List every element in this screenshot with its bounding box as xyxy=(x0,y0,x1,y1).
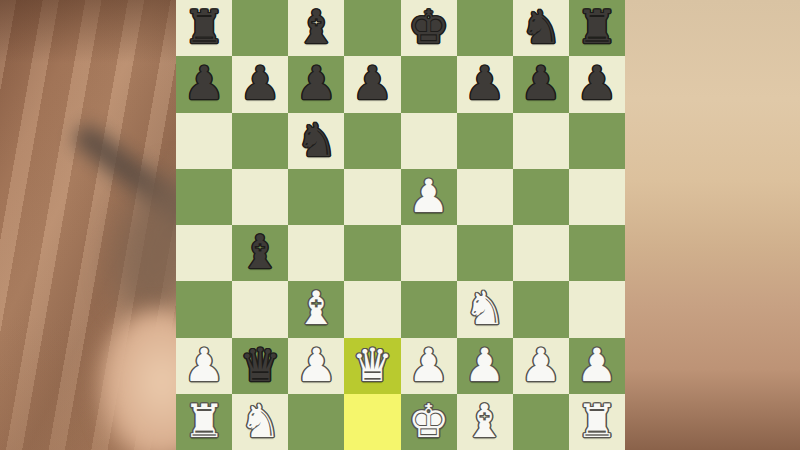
background-right-table xyxy=(600,0,800,450)
piece-black-knight[interactable]: ♞ xyxy=(520,4,561,50)
piece-white-pawn[interactable]: ♟ xyxy=(464,342,505,388)
square-d1[interactable] xyxy=(344,394,400,450)
square-b8[interactable] xyxy=(232,0,288,56)
square-a5[interactable] xyxy=(176,169,232,225)
square-g2[interactable]: ♟ xyxy=(513,338,569,394)
square-e6[interactable] xyxy=(401,113,457,169)
piece-white-pawn[interactable]: ♟ xyxy=(520,342,561,388)
square-b7[interactable]: ♟ xyxy=(232,56,288,112)
square-c8[interactable]: ♝ xyxy=(288,0,344,56)
square-e3[interactable] xyxy=(401,281,457,337)
square-f7[interactable]: ♟ xyxy=(457,56,513,112)
square-f5[interactable] xyxy=(457,169,513,225)
square-h2[interactable]: ♟ xyxy=(569,338,625,394)
piece-white-pawn[interactable]: ♟ xyxy=(576,342,617,388)
piece-white-pawn[interactable]: ♟ xyxy=(408,173,449,219)
piece-white-pawn[interactable]: ♟ xyxy=(296,342,337,388)
square-f3[interactable]: ♞ xyxy=(457,281,513,337)
square-f1[interactable]: ♝ xyxy=(457,394,513,450)
square-a8[interactable]: ♜ xyxy=(176,0,232,56)
square-g1[interactable] xyxy=(513,394,569,450)
square-f8[interactable] xyxy=(457,0,513,56)
square-h5[interactable] xyxy=(569,169,625,225)
square-h8[interactable]: ♜ xyxy=(569,0,625,56)
piece-black-knight[interactable]: ♞ xyxy=(296,117,337,163)
square-g5[interactable] xyxy=(513,169,569,225)
piece-black-queen[interactable]: ♛ xyxy=(240,342,281,388)
square-e8[interactable]: ♚ xyxy=(401,0,457,56)
square-c2[interactable]: ♟ xyxy=(288,338,344,394)
piece-white-rook[interactable]: ♜ xyxy=(576,398,617,444)
piece-black-pawn[interactable]: ♟ xyxy=(520,60,561,106)
square-f4[interactable] xyxy=(457,225,513,281)
square-c7[interactable]: ♟ xyxy=(288,56,344,112)
square-a3[interactable] xyxy=(176,281,232,337)
square-b2[interactable]: ♛ xyxy=(232,338,288,394)
square-e4[interactable] xyxy=(401,225,457,281)
piece-white-king[interactable]: ♚ xyxy=(408,398,449,444)
square-g3[interactable] xyxy=(513,281,569,337)
piece-black-pawn[interactable]: ♟ xyxy=(352,60,393,106)
piece-white-knight[interactable]: ♞ xyxy=(240,398,281,444)
square-f2[interactable]: ♟ xyxy=(457,338,513,394)
square-d2[interactable]: ♛ xyxy=(344,338,400,394)
square-b1[interactable]: ♞ xyxy=(232,394,288,450)
square-c6[interactable]: ♞ xyxy=(288,113,344,169)
piece-black-pawn[interactable]: ♟ xyxy=(183,60,224,106)
square-h7[interactable]: ♟ xyxy=(569,56,625,112)
piece-black-king[interactable]: ♚ xyxy=(408,4,449,50)
square-b4[interactable]: ♝ xyxy=(232,225,288,281)
square-e5[interactable]: ♟ xyxy=(401,169,457,225)
square-h6[interactable] xyxy=(569,113,625,169)
square-a6[interactable] xyxy=(176,113,232,169)
piece-black-pawn[interactable]: ♟ xyxy=(240,60,281,106)
square-c1[interactable] xyxy=(288,394,344,450)
piece-white-pawn[interactable]: ♟ xyxy=(408,342,449,388)
square-d8[interactable] xyxy=(344,0,400,56)
piece-white-rook[interactable]: ♜ xyxy=(183,398,224,444)
square-d4[interactable] xyxy=(344,225,400,281)
square-b3[interactable] xyxy=(232,281,288,337)
square-g6[interactable] xyxy=(513,113,569,169)
square-a2[interactable]: ♟ xyxy=(176,338,232,394)
square-d6[interactable] xyxy=(344,113,400,169)
square-d3[interactable] xyxy=(344,281,400,337)
piece-white-queen[interactable]: ♛ xyxy=(352,342,393,388)
square-g8[interactable]: ♞ xyxy=(513,0,569,56)
square-h4[interactable] xyxy=(569,225,625,281)
screenshot-root: ♜♝♚♞♜♟♟♟♟♟♟♟♞♟♝♝♞♟♛♟♛♟♟♟♟♜♞♚♝♜ xyxy=(0,0,800,450)
square-g7[interactable]: ♟ xyxy=(513,56,569,112)
square-e1[interactable]: ♚ xyxy=(401,394,457,450)
square-f6[interactable] xyxy=(457,113,513,169)
square-c4[interactable] xyxy=(288,225,344,281)
square-h1[interactable]: ♜ xyxy=(569,394,625,450)
square-e2[interactable]: ♟ xyxy=(401,338,457,394)
square-e7[interactable] xyxy=(401,56,457,112)
piece-white-pawn[interactable]: ♟ xyxy=(183,342,224,388)
square-h3[interactable] xyxy=(569,281,625,337)
square-a1[interactable]: ♜ xyxy=(176,394,232,450)
square-b6[interactable] xyxy=(232,113,288,169)
piece-white-bishop[interactable]: ♝ xyxy=(296,285,337,331)
piece-black-rook[interactable]: ♜ xyxy=(183,4,224,50)
square-a4[interactable] xyxy=(176,225,232,281)
square-d7[interactable]: ♟ xyxy=(344,56,400,112)
piece-black-pawn[interactable]: ♟ xyxy=(464,60,505,106)
piece-black-bishop[interactable]: ♝ xyxy=(240,229,281,275)
square-c5[interactable] xyxy=(288,169,344,225)
piece-white-knight[interactable]: ♞ xyxy=(464,285,505,331)
square-a7[interactable]: ♟ xyxy=(176,56,232,112)
piece-black-pawn[interactable]: ♟ xyxy=(576,60,617,106)
piece-white-bishop[interactable]: ♝ xyxy=(464,398,505,444)
piece-black-bishop[interactable]: ♝ xyxy=(296,4,337,50)
square-d5[interactable] xyxy=(344,169,400,225)
square-b5[interactable] xyxy=(232,169,288,225)
background-left-wood xyxy=(0,0,200,450)
piece-black-pawn[interactable]: ♟ xyxy=(296,60,337,106)
piece-black-rook[interactable]: ♜ xyxy=(576,4,617,50)
chess-board: ♜♝♚♞♜♟♟♟♟♟♟♟♞♟♝♝♞♟♛♟♛♟♟♟♟♜♞♚♝♜ xyxy=(176,0,625,450)
square-g4[interactable] xyxy=(513,225,569,281)
square-c3[interactable]: ♝ xyxy=(288,281,344,337)
